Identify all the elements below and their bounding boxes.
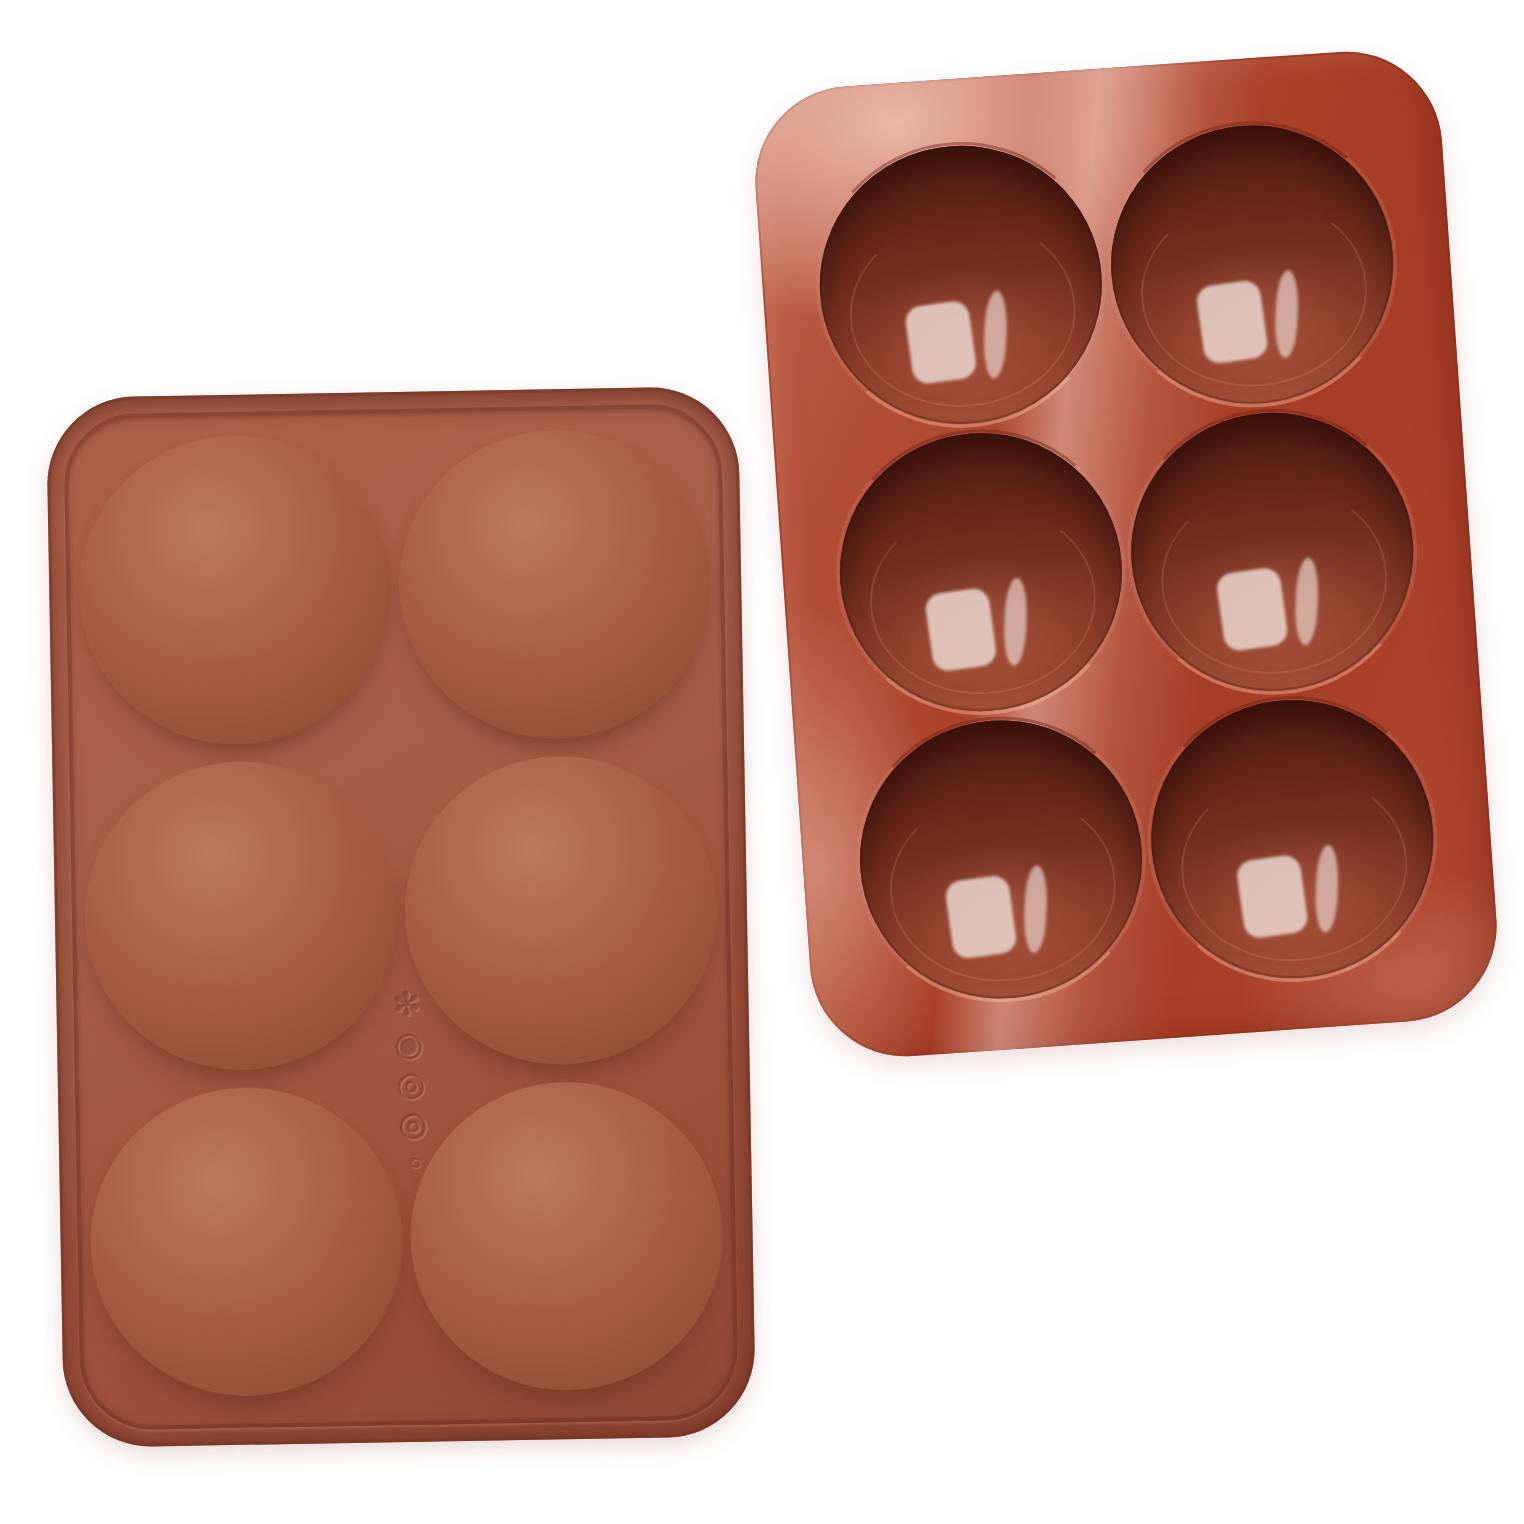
cavity-grid xyxy=(805,111,1448,1014)
dome xyxy=(402,754,719,1067)
product-photo: ✻◉◎◎◦ xyxy=(0,0,1524,1524)
cavity xyxy=(1102,116,1403,413)
window-reflection xyxy=(903,299,977,385)
dome xyxy=(408,1079,725,1392)
dome xyxy=(77,433,394,746)
dome xyxy=(88,1085,405,1398)
dome xyxy=(397,428,714,741)
window-reflection xyxy=(1195,279,1269,365)
dome xyxy=(82,759,399,1072)
emboss-glyph: ◎ xyxy=(396,1067,426,1101)
window-reflection xyxy=(943,874,1017,960)
emboss-glyph: ◦ xyxy=(405,1147,426,1181)
cavity xyxy=(1122,403,1423,700)
cavity xyxy=(810,136,1111,433)
cavity xyxy=(851,711,1152,1008)
mold-front-view xyxy=(749,45,1503,1063)
emboss-glyph: ◎ xyxy=(398,1107,428,1141)
emboss-glyph: ✻ xyxy=(393,987,422,1021)
dome-grid xyxy=(72,418,729,1407)
window-reflection xyxy=(923,586,997,672)
window-reflection xyxy=(1215,566,1289,652)
cavity xyxy=(1142,691,1443,988)
mold-back-view: ✻◉◎◎◦ xyxy=(46,386,756,1448)
cavity xyxy=(831,424,1132,721)
window-reflection xyxy=(1235,853,1309,939)
emboss-glyph: ◉ xyxy=(394,1027,424,1061)
